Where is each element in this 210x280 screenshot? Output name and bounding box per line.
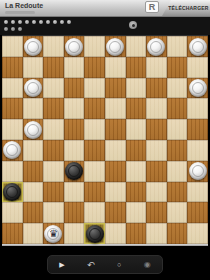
square-r1c8[interactable] (146, 36, 167, 57)
square-r6c7[interactable] (126, 140, 147, 161)
white-man[interactable] (189, 162, 207, 180)
white-man[interactable] (24, 38, 42, 56)
square-r5c3[interactable] (43, 119, 64, 140)
square-r3c3[interactable] (43, 78, 64, 99)
square-r5c9[interactable] (167, 119, 188, 140)
white-man[interactable] (147, 38, 165, 56)
square-r10c4[interactable] (64, 223, 85, 244)
square-r2c7[interactable] (126, 57, 147, 78)
square-r3c4[interactable] (64, 78, 85, 99)
download-button[interactable]: TÉLÉCHARGER (162, 0, 210, 16)
white-man[interactable] (65, 38, 83, 56)
square-r1c10[interactable] (187, 36, 208, 57)
board-frame: ♛ (2, 35, 208, 244)
square-r7c7[interactable] (126, 161, 147, 182)
square-r8c7[interactable] (126, 182, 147, 203)
ad-title: La Redoute (5, 2, 145, 10)
captured-piece-dot (4, 20, 8, 24)
square-r7c8[interactable] (146, 161, 167, 182)
square-r1c3[interactable] (43, 36, 64, 57)
square-r5c2[interactable] (23, 119, 44, 140)
square-r10c2[interactable] (23, 223, 44, 244)
captured-dots-row-2 (4, 27, 22, 31)
dropdown-circle-icon[interactable] (129, 21, 137, 29)
square-r8c5[interactable] (84, 182, 105, 203)
black-man[interactable] (3, 183, 21, 201)
square-r9c9[interactable] (167, 202, 188, 223)
square-r8c8[interactable] (146, 182, 167, 203)
captured-piece-dot (53, 20, 57, 24)
square-r2c9[interactable] (167, 57, 188, 78)
square-r1c4[interactable] (64, 36, 85, 57)
square-r2c10[interactable] (187, 57, 208, 78)
square-r4c10[interactable] (187, 98, 208, 119)
play-icon[interactable]: ▶ (59, 261, 64, 269)
square-r6c2[interactable] (23, 140, 44, 161)
ad-subtitle-text (5, 11, 35, 14)
captured-piece-dot (11, 20, 15, 24)
captured-piece-dot (18, 27, 22, 31)
square-r7c6[interactable] (105, 161, 126, 182)
download-button-label: TÉLÉCHARGER (163, 5, 208, 11)
square-r8c3[interactable] (43, 182, 64, 203)
white-man[interactable] (24, 121, 42, 139)
square-r4c2[interactable] (23, 98, 44, 119)
square-r10c9[interactable] (167, 223, 188, 244)
square-r3c10[interactable] (187, 78, 208, 99)
square-r1c6[interactable] (105, 36, 126, 57)
square-r9c2[interactable] (23, 202, 44, 223)
square-r10c7[interactable] (126, 223, 147, 244)
square-r4c3[interactable] (43, 98, 64, 119)
square-r6c1[interactable] (2, 140, 23, 161)
logo-letter: R (149, 2, 156, 12)
square-r6c6[interactable] (105, 140, 126, 161)
captured-piece-dot (25, 20, 29, 24)
captured-piece-dot (67, 20, 71, 24)
square-r8c10[interactable] (187, 182, 208, 203)
square-r6c5[interactable] (84, 140, 105, 161)
captured-piece-dot (32, 20, 36, 24)
square-r7c10[interactable] (187, 161, 208, 182)
square-r7c2[interactable] (23, 161, 44, 182)
square-r5c4[interactable] (64, 119, 85, 140)
square-r4c8[interactable] (146, 98, 167, 119)
square-r4c6[interactable] (105, 98, 126, 119)
square-r3c8[interactable] (146, 78, 167, 99)
square-r7c4[interactable] (64, 161, 85, 182)
square-r2c8[interactable] (146, 57, 167, 78)
square-r10c6[interactable] (105, 223, 126, 244)
square-r8c2[interactable] (23, 182, 44, 203)
square-r4c7[interactable] (126, 98, 147, 119)
white-man[interactable] (189, 38, 207, 56)
board: ♛ (2, 36, 208, 244)
square-r5c7[interactable] (126, 119, 147, 140)
captured-piece-dot (11, 27, 15, 31)
square-r2c1[interactable] (2, 57, 23, 78)
square-r2c5[interactable] (84, 57, 105, 78)
square-r7c9[interactable] (167, 161, 188, 182)
square-r8c6[interactable] (105, 182, 126, 203)
square-r5c1[interactable] (2, 119, 23, 140)
square-r9c7[interactable] (126, 202, 147, 223)
black-man[interactable] (86, 225, 104, 243)
ad-banner-text: La Redoute (0, 0, 145, 16)
captured-piece-dot (39, 20, 43, 24)
square-r6c3[interactable] (43, 140, 64, 161)
square-r4c9[interactable] (167, 98, 188, 119)
black-man[interactable] (65, 162, 83, 180)
square-r7c3[interactable] (43, 161, 64, 182)
square-r2c2[interactable] (23, 57, 44, 78)
king-crown-icon: ♛ (44, 225, 62, 243)
square-r6c9[interactable] (167, 140, 188, 161)
square-r3c6[interactable] (105, 78, 126, 99)
captured-piece-dot (4, 27, 8, 31)
hint-icon[interactable]: ○ (117, 261, 121, 269)
square-r9c8[interactable] (146, 202, 167, 223)
square-r9c4[interactable] (64, 202, 85, 223)
settings-icon[interactable]: ◉ (144, 261, 151, 269)
square-r10c3[interactable]: ♛ (43, 223, 64, 244)
advertiser-logo: R (145, 1, 159, 13)
square-r5c5[interactable] (84, 119, 105, 140)
square-r3c7[interactable] (126, 78, 147, 99)
square-r10c5[interactable] (84, 223, 105, 244)
white-man[interactable] (3, 141, 21, 159)
square-r6c8[interactable] (146, 140, 167, 161)
square-r7c5[interactable] (84, 161, 105, 182)
square-r6c10[interactable] (187, 140, 208, 161)
captured-dots-row-1 (4, 20, 71, 24)
white-man[interactable] (189, 79, 207, 97)
white-man[interactable] (106, 38, 124, 56)
square-r3c2[interactable] (23, 78, 44, 99)
square-r1c5[interactable] (84, 36, 105, 57)
square-r9c6[interactable] (105, 202, 126, 223)
square-r1c2[interactable] (23, 36, 44, 57)
square-r9c1[interactable] (2, 202, 23, 223)
square-r4c5[interactable] (84, 98, 105, 119)
board-bottom-edge (2, 244, 208, 246)
square-r2c6[interactable] (105, 57, 126, 78)
square-r9c10[interactable] (187, 202, 208, 223)
square-r1c7[interactable] (126, 36, 147, 57)
captured-piece-dot (60, 20, 64, 24)
square-r8c9[interactable] (167, 182, 188, 203)
bottom-bar: ▶↶○◉ (0, 255, 210, 280)
square-r6c4[interactable] (64, 140, 85, 161)
undo-icon[interactable]: ↶ (87, 261, 95, 269)
square-r3c1[interactable] (2, 78, 23, 99)
square-r3c9[interactable] (167, 78, 188, 99)
square-r8c1[interactable] (2, 182, 23, 203)
square-r10c1[interactable] (2, 223, 23, 244)
captured-piece-dot (18, 20, 22, 24)
square-r2c3[interactable] (43, 57, 64, 78)
square-r1c1[interactable] (2, 36, 23, 57)
captured-tray-bar (0, 17, 210, 35)
square-r7c1[interactable] (2, 161, 23, 182)
square-r5c10[interactable] (187, 119, 208, 140)
square-r4c4[interactable] (64, 98, 85, 119)
ad-banner[interactable]: La Redoute R TÉLÉCHARGER (0, 0, 210, 17)
white-man[interactable] (24, 79, 42, 97)
square-r9c3[interactable] (43, 202, 64, 223)
square-r1c9[interactable] (167, 36, 188, 57)
square-r4c1[interactable] (2, 98, 23, 119)
square-r3c5[interactable] (84, 78, 105, 99)
white-king[interactable]: ♛ (44, 225, 62, 243)
square-r2c4[interactable] (64, 57, 85, 78)
square-r5c8[interactable] (146, 119, 167, 140)
game-toolbar: ▶↶○◉ (47, 255, 163, 274)
square-r10c10[interactable] (187, 223, 208, 244)
captured-piece-dot (46, 20, 50, 24)
square-r9c5[interactable] (84, 202, 105, 223)
square-r10c8[interactable] (146, 223, 167, 244)
square-r5c6[interactable] (105, 119, 126, 140)
square-r8c4[interactable] (64, 182, 85, 203)
